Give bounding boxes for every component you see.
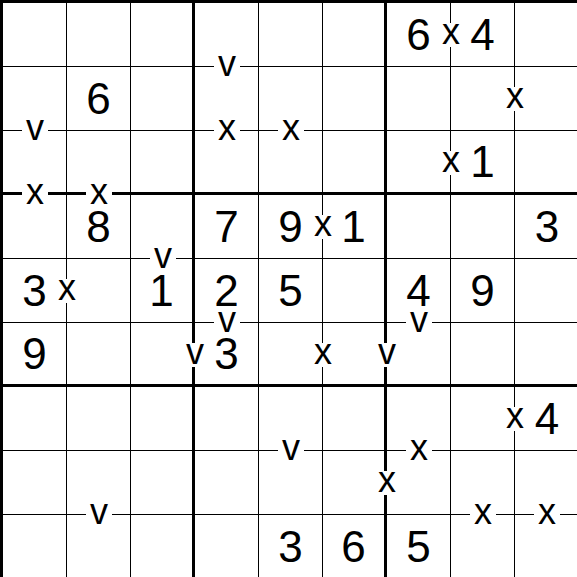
given-digit: 3 (22, 266, 46, 316)
cell-r1c1[interactable] (3, 3, 67, 67)
cell-r9c1[interactable] (3, 515, 67, 577)
given-digit: 1 (341, 202, 365, 252)
x-glyph: x (26, 180, 44, 204)
cell-r6c9[interactable] (515, 323, 577, 387)
cell-r9c5[interactable]: 3 (259, 515, 323, 577)
x-marker-r4c5-r4c6: x (310, 215, 336, 239)
given-digit: 5 (406, 522, 430, 572)
x-marker-r8c8-r9c8: x (470, 503, 496, 527)
given-digit: 6 (341, 522, 365, 572)
x-glyph: x (314, 340, 332, 364)
cell-r3c9[interactable] (515, 131, 577, 195)
v-glyph: v (378, 340, 396, 364)
given-digit: 5 (278, 266, 302, 316)
cell-r9c3[interactable] (131, 515, 195, 577)
x-marker-r8c9-r9c9: x (534, 503, 560, 527)
v-marker-r6c3-r6c4: v (182, 343, 208, 367)
v-marker-r4c3-r5c3: v (150, 247, 176, 271)
cell-r8c4[interactable] (195, 451, 259, 515)
x-glyph: x (474, 500, 492, 524)
v-marker-r5c4-r6c4: v (214, 311, 240, 335)
cell-r7c3[interactable] (131, 387, 195, 451)
cell-r5c6[interactable] (323, 259, 387, 323)
x-glyph: x (90, 180, 108, 204)
given-digit: 9 (470, 266, 494, 316)
x-glyph: x (218, 116, 236, 140)
cell-r4c7[interactable] (387, 195, 451, 259)
x-marker-r2c8-r2c9: x (502, 87, 528, 111)
cell-r3c3[interactable] (131, 131, 195, 195)
cell-r9c6[interactable]: 6 (323, 515, 387, 577)
x-marker-r2c4-r3c4: x (214, 119, 240, 143)
cell-r1c2[interactable] (67, 3, 131, 67)
x-glyph: x (506, 84, 524, 108)
given-digit: 1 (470, 137, 494, 187)
x-marker-r8c6-r8c7: x (374, 471, 400, 495)
x-marker-r6c5-r6c6: x (310, 343, 336, 367)
cell-r9c7[interactable]: 5 (387, 515, 451, 577)
v-glyph: v (26, 116, 44, 140)
cell-r1c9[interactable] (515, 3, 577, 67)
v-glyph: v (410, 308, 428, 332)
given-digit: 6 (86, 74, 110, 124)
x-glyph: x (58, 276, 76, 300)
cell-r1c5[interactable] (259, 3, 323, 67)
cell-r6c1[interactable]: 9 (3, 323, 67, 387)
cell-r9c4[interactable] (195, 515, 259, 577)
x-glyph: x (442, 148, 460, 172)
cell-r1c3[interactable] (131, 3, 195, 67)
v-glyph: v (186, 340, 204, 364)
cell-r3c6[interactable] (323, 131, 387, 195)
given-digit: 6 (406, 10, 430, 60)
cell-r6c8[interactable] (451, 323, 515, 387)
cell-r4c9[interactable]: 3 (515, 195, 577, 259)
given-digit: 3 (535, 202, 559, 252)
v-glyph: v (90, 500, 108, 524)
cell-r2c6[interactable] (323, 67, 387, 131)
given-digit: 7 (214, 202, 238, 252)
cell-r4c4[interactable]: 7 (195, 195, 259, 259)
cell-r2c2[interactable]: 6 (67, 67, 131, 131)
x-marker-r2c5-r3c5: x (278, 119, 304, 143)
xv-sudoku-page: 646187913312549934365xxxxxxxxxxxxxxxvvvv… (0, 0, 577, 577)
x-glyph: x (442, 20, 460, 44)
cell-r1c6[interactable] (323, 3, 387, 67)
v-glyph: v (282, 436, 300, 460)
cell-r7c2[interactable] (67, 387, 131, 451)
cell-r6c2[interactable] (67, 323, 131, 387)
cell-r5c5[interactable]: 5 (259, 259, 323, 323)
given-digit: 4 (470, 10, 494, 60)
cell-r4c8[interactable] (451, 195, 515, 259)
x-glyph: x (282, 116, 300, 140)
given-digit: 9 (22, 329, 46, 379)
given-digit: 9 (278, 202, 302, 252)
cell-r7c1[interactable] (3, 387, 67, 451)
x-glyph: x (378, 468, 396, 492)
x-marker-r3c2-r4c2: x (86, 183, 112, 207)
x-marker-r7c8-r7c9: x (502, 407, 528, 431)
cell-r8c1[interactable] (3, 451, 67, 515)
v-marker-r8c2-r9c2: v (86, 503, 112, 527)
cell-r7c4[interactable] (195, 387, 259, 451)
x-marker-r3c7-r3c8: x (438, 151, 464, 175)
v-marker-r5c7-r6c7: v (406, 311, 432, 335)
cell-r5c8[interactable]: 9 (451, 259, 515, 323)
v-glyph: v (154, 244, 172, 268)
cell-r5c9[interactable] (515, 259, 577, 323)
v-marker-r7c5-r8c5: v (278, 439, 304, 463)
v-marker-r2c1-r3c1: v (22, 119, 48, 143)
x-glyph: x (314, 212, 332, 236)
xv-sudoku-board: 646187913312549934365xxxxxxxxxxxxxxxvvvv… (0, 0, 577, 577)
x-marker-r5c1-r5c2: x (54, 279, 80, 303)
x-glyph: x (538, 500, 556, 524)
v-marker-r1c4-r2c4: v (214, 55, 240, 79)
v-glyph: v (218, 52, 236, 76)
v-marker-r6c6-r6c7: v (374, 343, 400, 367)
x-marker-r1c7-r1c8: x (438, 23, 464, 47)
v-glyph: v (218, 308, 236, 332)
cell-r2c7[interactable] (387, 67, 451, 131)
cell-r7c6[interactable] (323, 387, 387, 451)
x-marker-r7c7-r8c7: x (406, 439, 432, 463)
cell-r8c3[interactable] (131, 451, 195, 515)
given-digit: 4 (535, 394, 559, 444)
cell-r2c3[interactable] (131, 67, 195, 131)
x-glyph: x (506, 404, 524, 428)
given-digit: 3 (278, 522, 302, 572)
x-glyph: x (410, 436, 428, 460)
x-marker-r3c1-r4c1: x (22, 183, 48, 207)
